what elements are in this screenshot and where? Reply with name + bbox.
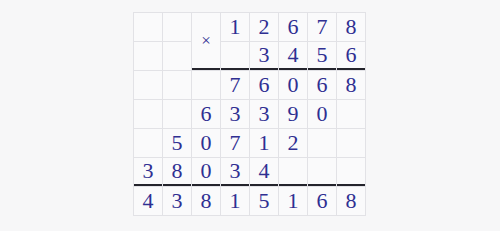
grid-cell-empty <box>337 100 365 128</box>
grid-cell-empty <box>163 71 191 99</box>
digit-cell: 0 <box>279 71 307 99</box>
digit-cell: 3 <box>134 158 162 186</box>
digit-cell: 6 <box>337 42 365 70</box>
grid-cell-empty <box>163 13 191 41</box>
digit-cell: 3 <box>250 42 278 70</box>
digit-cell: 6 <box>279 13 307 41</box>
grid-cell-empty <box>134 100 162 128</box>
digit-cell: 7 <box>221 71 249 99</box>
grid-cell-empty <box>134 42 162 70</box>
grid-cell-empty <box>163 42 191 70</box>
digit-cell: 2 <box>250 13 278 41</box>
grid-cell-empty <box>163 100 191 128</box>
operator-cell: × <box>192 13 220 70</box>
grid-cell-empty <box>221 42 249 70</box>
multiplication-grid: ×1267834567606863390507123803443815168 <box>133 12 366 216</box>
grid-cell-empty <box>134 129 162 157</box>
digit-cell: 7 <box>308 13 336 41</box>
digit-cell: 1 <box>221 13 249 41</box>
grid-cell-empty <box>337 158 365 186</box>
digit-cell: 8 <box>337 187 365 215</box>
digit-cell: 3 <box>250 100 278 128</box>
digit-cell: 4 <box>279 42 307 70</box>
grid-cell-empty <box>308 129 336 157</box>
grid-cell-empty <box>134 71 162 99</box>
digit-cell: 0 <box>308 100 336 128</box>
digit-cell: 6 <box>308 187 336 215</box>
grid-cell-empty <box>279 158 307 186</box>
digit-cell: 6 <box>308 71 336 99</box>
digit-cell: 4 <box>134 187 162 215</box>
digit-cell: 8 <box>192 187 220 215</box>
digit-cell: 5 <box>163 129 191 157</box>
digit-cell: 4 <box>250 158 278 186</box>
digit-cell: 1 <box>279 187 307 215</box>
digit-cell: 7 <box>221 129 249 157</box>
digit-cell: 8 <box>163 158 191 186</box>
digit-cell: 9 <box>279 100 307 128</box>
digit-cell: 3 <box>221 158 249 186</box>
digit-cell: 0 <box>192 158 220 186</box>
digit-cell: 1 <box>250 129 278 157</box>
digit-cell: 8 <box>337 13 365 41</box>
digit-cell: 3 <box>163 187 191 215</box>
digit-cell: 3 <box>221 100 249 128</box>
digit-cell: 1 <box>221 187 249 215</box>
grid-cell-empty <box>192 71 220 99</box>
grid-cell-empty <box>308 158 336 186</box>
digit-cell: 0 <box>192 129 220 157</box>
digit-cell: 5 <box>250 187 278 215</box>
grid-cell-empty <box>337 129 365 157</box>
digit-cell: 5 <box>308 42 336 70</box>
digit-cell: 6 <box>192 100 220 128</box>
digit-cell: 8 <box>337 71 365 99</box>
grid-cell-empty <box>134 13 162 41</box>
digit-cell: 6 <box>250 71 278 99</box>
digit-cell: 2 <box>279 129 307 157</box>
